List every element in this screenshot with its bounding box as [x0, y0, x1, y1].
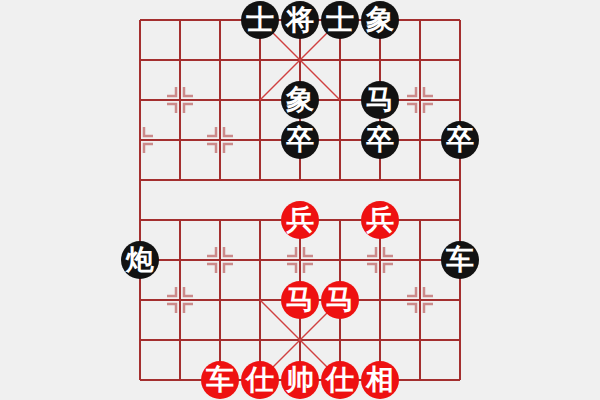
piece-black-soldier[interactable]: 卒 [281, 121, 319, 159]
piece-red-advisor[interactable]: 仕 [241, 361, 279, 399]
piece-black-cannon[interactable]: 炮 [121, 241, 159, 279]
piece-red-soldier[interactable]: 兵 [281, 201, 319, 239]
piece-black-soldier[interactable]: 卒 [361, 121, 399, 159]
piece-red-chariot[interactable]: 车 [201, 361, 239, 399]
piece-red-advisor[interactable]: 仕 [321, 361, 359, 399]
piece-black-advisor[interactable]: 士 [321, 1, 359, 39]
piece-red-general[interactable]: 帅 [281, 361, 319, 399]
piece-red-horse[interactable]: 马 [321, 281, 359, 319]
piece-black-elephant[interactable]: 象 [281, 81, 319, 119]
piece-black-soldier[interactable]: 卒 [441, 121, 479, 159]
piece-red-soldier[interactable]: 兵 [361, 201, 399, 239]
piece-black-elephant[interactable]: 象 [361, 1, 399, 39]
piece-black-horse[interactable]: 马 [361, 81, 399, 119]
piece-black-general[interactable]: 将 [281, 1, 319, 39]
pieces-layer: 士将士象象马卒卒卒兵兵炮车马马车仕帅仕相 [0, 0, 600, 400]
piece-black-advisor[interactable]: 士 [241, 1, 279, 39]
piece-red-horse[interactable]: 马 [281, 281, 319, 319]
xiangqi-app: 士将士象象马卒卒卒兵兵炮车马马车仕帅仕相 [0, 0, 600, 400]
piece-black-chariot[interactable]: 车 [441, 241, 479, 279]
piece-red-elephant[interactable]: 相 [361, 361, 399, 399]
